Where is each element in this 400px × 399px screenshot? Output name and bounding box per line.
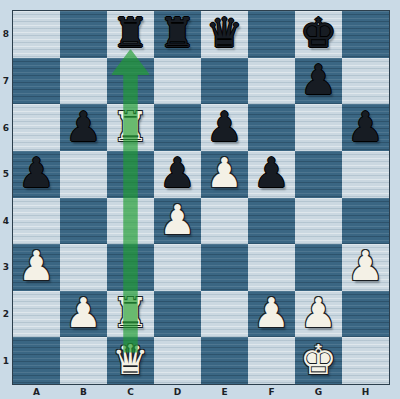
square-c7[interactable] (107, 58, 154, 105)
file-label-a: A (13, 385, 60, 398)
chess-board-screenshot: 87654321 ♜♜♛♚♟♟♜♟♟♟♟♟♟♟♟♟♟♜♟♟♛♚ ABCDEFGH (0, 0, 400, 399)
square-e3[interactable] (201, 244, 248, 291)
file-labels: ABCDEFGH (13, 385, 389, 398)
square-d7[interactable] (154, 58, 201, 105)
black-king-g8-icon[interactable]: ♚ (300, 11, 337, 56)
square-d2[interactable] (154, 291, 201, 338)
white-pawn-g2-icon[interactable]: ♟ (300, 291, 337, 336)
file-label-e: E (201, 385, 248, 398)
square-e2[interactable] (201, 291, 248, 338)
square-b6[interactable]: ♟ (60, 104, 107, 151)
square-e4[interactable] (201, 198, 248, 245)
square-a3[interactable]: ♟ (13, 244, 60, 291)
square-d8[interactable]: ♜ (154, 11, 201, 58)
square-e5[interactable]: ♟ (201, 151, 248, 198)
square-b2[interactable]: ♟ (60, 291, 107, 338)
white-pawn-d4-icon[interactable]: ♟ (159, 198, 196, 243)
square-e7[interactable] (201, 58, 248, 105)
square-c5[interactable] (107, 151, 154, 198)
square-f5[interactable]: ♟ (248, 151, 295, 198)
square-b5[interactable] (60, 151, 107, 198)
white-king-g1-icon[interactable]: ♚ (300, 337, 337, 382)
square-a4[interactable] (13, 198, 60, 245)
white-rook-c6-icon[interactable]: ♜ (112, 104, 149, 149)
square-h4[interactable] (342, 198, 389, 245)
square-b3[interactable] (60, 244, 107, 291)
white-rook-c2-icon[interactable]: ♜ (112, 291, 149, 336)
square-g7[interactable]: ♟ (295, 58, 342, 105)
black-pawn-g7-icon[interactable]: ♟ (300, 58, 337, 103)
black-pawn-f5-icon[interactable]: ♟ (253, 151, 290, 196)
square-h3[interactable]: ♟ (342, 244, 389, 291)
square-b1[interactable] (60, 337, 107, 384)
file-label-g: G (295, 385, 342, 398)
black-pawn-a5-icon[interactable]: ♟ (18, 151, 55, 196)
square-d1[interactable] (154, 337, 201, 384)
black-rook-c8-icon[interactable]: ♜ (112, 11, 149, 56)
square-f7[interactable] (248, 58, 295, 105)
square-g4[interactable] (295, 198, 342, 245)
white-queen-c1-icon[interactable]: ♛ (112, 337, 149, 382)
rank-label-8: 8 (0, 11, 12, 58)
file-label-h: H (342, 385, 389, 398)
square-h2[interactable] (342, 291, 389, 338)
square-g5[interactable] (295, 151, 342, 198)
file-label-b: B (60, 385, 107, 398)
rank-label-2: 2 (0, 291, 12, 338)
rank-label-3: 3 (0, 244, 12, 291)
file-label-c: C (107, 385, 154, 398)
square-g6[interactable] (295, 104, 342, 151)
square-e1[interactable] (201, 337, 248, 384)
square-c8[interactable]: ♜ (107, 11, 154, 58)
black-pawn-d5-icon[interactable]: ♟ (159, 151, 196, 196)
rank-label-5: 5 (0, 151, 12, 198)
square-h5[interactable] (342, 151, 389, 198)
file-label-d: D (154, 385, 201, 398)
square-b7[interactable] (60, 58, 107, 105)
white-pawn-a3-icon[interactable]: ♟ (18, 244, 55, 289)
file-label-f: F (248, 385, 295, 398)
white-pawn-h3-icon[interactable]: ♟ (347, 244, 384, 289)
square-d4[interactable]: ♟ (154, 198, 201, 245)
square-f3[interactable] (248, 244, 295, 291)
square-h6[interactable]: ♟ (342, 104, 389, 151)
black-rook-d8-icon[interactable]: ♜ (159, 11, 196, 56)
square-h1[interactable] (342, 337, 389, 384)
square-d6[interactable] (154, 104, 201, 151)
square-f2[interactable]: ♟ (248, 291, 295, 338)
square-c2[interactable]: ♜ (107, 291, 154, 338)
square-e6[interactable]: ♟ (201, 104, 248, 151)
square-f6[interactable] (248, 104, 295, 151)
square-b8[interactable] (60, 11, 107, 58)
square-f4[interactable] (248, 198, 295, 245)
rank-labels: 87654321 (0, 11, 12, 384)
square-g2[interactable]: ♟ (295, 291, 342, 338)
chess-board[interactable]: ♜♜♛♚♟♟♜♟♟♟♟♟♟♟♟♟♟♜♟♟♛♚ (12, 10, 390, 385)
black-pawn-b6-icon[interactable]: ♟ (65, 104, 102, 149)
square-c1[interactable]: ♛ (107, 337, 154, 384)
square-h7[interactable] (342, 58, 389, 105)
square-c3[interactable] (107, 244, 154, 291)
square-g8[interactable]: ♚ (295, 11, 342, 58)
rank-label-4: 4 (0, 198, 12, 245)
rank-label-7: 7 (0, 58, 12, 105)
square-d3[interactable] (154, 244, 201, 291)
square-g3[interactable] (295, 244, 342, 291)
black-pawn-e6-icon[interactable]: ♟ (206, 104, 243, 149)
square-b4[interactable] (60, 198, 107, 245)
square-c4[interactable] (107, 198, 154, 245)
square-h8[interactable] (342, 11, 389, 58)
square-f1[interactable] (248, 337, 295, 384)
square-a8[interactable] (13, 11, 60, 58)
square-g1[interactable]: ♚ (295, 337, 342, 384)
square-f8[interactable] (248, 11, 295, 58)
black-pawn-h6-icon[interactable]: ♟ (347, 104, 384, 149)
square-a6[interactable] (13, 104, 60, 151)
square-a1[interactable] (13, 337, 60, 384)
rank-label-6: 6 (0, 104, 12, 151)
square-a5[interactable]: ♟ (13, 151, 60, 198)
black-queen-e8-icon[interactable]: ♛ (206, 11, 243, 56)
square-c6[interactable]: ♜ (107, 104, 154, 151)
square-a7[interactable] (13, 58, 60, 105)
rank-label-1: 1 (0, 337, 12, 384)
white-pawn-f2-icon[interactable]: ♟ (253, 291, 290, 336)
square-e8[interactable]: ♛ (201, 11, 248, 58)
square-a2[interactable] (13, 291, 60, 338)
square-d5[interactable]: ♟ (154, 151, 201, 198)
white-pawn-b2-icon[interactable]: ♟ (65, 291, 102, 336)
white-pawn-e5-icon[interactable]: ♟ (206, 151, 243, 196)
